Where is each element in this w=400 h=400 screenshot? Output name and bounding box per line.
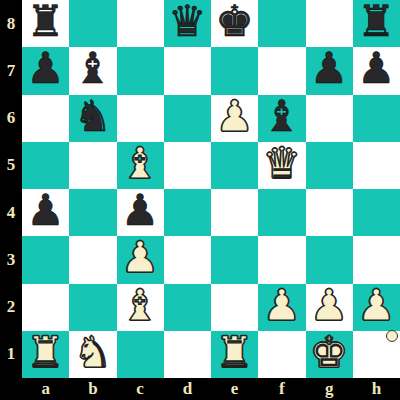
square-a6[interactable] (22, 95, 69, 142)
square-c2[interactable]: ♝ (117, 284, 164, 331)
black-king-e8[interactable]: ♚ (215, 0, 254, 43)
file-label-a: a (22, 378, 69, 400)
square-e8[interactable]: ♚ (211, 0, 258, 47)
black-pawn-a4[interactable]: ♟ (26, 189, 65, 232)
square-g3[interactable] (306, 236, 353, 283)
square-h5[interactable] (353, 142, 400, 189)
square-e1[interactable]: ♜ (211, 331, 258, 378)
square-a7[interactable]: ♟ (22, 47, 69, 94)
square-d7[interactable] (164, 47, 211, 94)
square-b2[interactable] (69, 284, 116, 331)
black-pawn-h7[interactable]: ♟ (357, 47, 396, 90)
square-e5[interactable] (211, 142, 258, 189)
square-g5[interactable] (306, 142, 353, 189)
square-h2[interactable]: ♟ (353, 284, 400, 331)
square-f6[interactable]: ♝ (258, 95, 305, 142)
square-d6[interactable] (164, 95, 211, 142)
rank-label-3: 3 (0, 236, 22, 283)
square-d3[interactable] (164, 236, 211, 283)
square-g1[interactable]: ♚ (306, 331, 353, 378)
white-to-move-indicator (386, 330, 398, 342)
square-g4[interactable] (306, 189, 353, 236)
square-d4[interactable] (164, 189, 211, 236)
black-rook-a8[interactable]: ♜ (26, 0, 65, 43)
white-rook-e1[interactable]: ♜ (215, 331, 254, 374)
square-a4[interactable]: ♟ (22, 189, 69, 236)
square-a5[interactable] (22, 142, 69, 189)
square-e2[interactable] (211, 284, 258, 331)
file-label-f: f (258, 378, 305, 400)
rank-label-7: 7 (0, 47, 22, 94)
square-c3[interactable]: ♟ (117, 236, 164, 283)
white-pawn-e6[interactable]: ♟ (215, 95, 254, 138)
square-b5[interactable] (69, 142, 116, 189)
file-label-h: h (353, 378, 400, 400)
file-label-g: g (306, 378, 353, 400)
black-knight-b6[interactable]: ♞ (74, 95, 113, 138)
square-h6[interactable] (353, 95, 400, 142)
chess-board[interactable]: ♜♛♚♜♟♝♟♟♞♟♝♝♛♟♟♟♝♟♟♟♜♞♜♚ (22, 0, 400, 378)
square-b6[interactable]: ♞ (69, 95, 116, 142)
square-a1[interactable]: ♜ (22, 331, 69, 378)
square-b4[interactable] (69, 189, 116, 236)
file-label-b: b (69, 378, 116, 400)
square-f2[interactable]: ♟ (258, 284, 305, 331)
black-pawn-a7[interactable]: ♟ (26, 47, 65, 90)
white-bishop-c2[interactable]: ♝ (121, 284, 160, 327)
white-king-g1[interactable]: ♚ (310, 331, 349, 374)
black-queen-d8[interactable]: ♛ (168, 0, 207, 43)
square-c5[interactable]: ♝ (117, 142, 164, 189)
black-bishop-b7[interactable]: ♝ (74, 47, 113, 90)
white-knight-b1[interactable]: ♞ (74, 331, 113, 374)
white-bishop-c5[interactable]: ♝ (121, 142, 160, 185)
rank-label-4: 4 (0, 189, 22, 236)
square-h8[interactable]: ♜ (353, 0, 400, 47)
square-d2[interactable] (164, 284, 211, 331)
white-rook-a1[interactable]: ♜ (26, 331, 65, 374)
square-a3[interactable] (22, 236, 69, 283)
chess-diagram-frame: 87654321 ♜♛♚♜♟♝♟♟♞♟♝♝♛♟♟♟♝♟♟♟♜♞♜♚ abcdef… (0, 0, 400, 400)
square-a8[interactable]: ♜ (22, 0, 69, 47)
black-pawn-c4[interactable]: ♟ (121, 189, 160, 232)
white-pawn-f2[interactable]: ♟ (263, 284, 302, 327)
square-g8[interactable] (306, 0, 353, 47)
square-f7[interactable] (258, 47, 305, 94)
square-h7[interactable]: ♟ (353, 47, 400, 94)
square-c6[interactable] (117, 95, 164, 142)
square-f5[interactable]: ♛ (258, 142, 305, 189)
square-g7[interactable]: ♟ (306, 47, 353, 94)
rank-label-6: 6 (0, 95, 22, 142)
file-label-d: d (164, 378, 211, 400)
square-f4[interactable] (258, 189, 305, 236)
square-b3[interactable] (69, 236, 116, 283)
square-g2[interactable]: ♟ (306, 284, 353, 331)
square-b1[interactable]: ♞ (69, 331, 116, 378)
square-h3[interactable] (353, 236, 400, 283)
square-f8[interactable] (258, 0, 305, 47)
square-b8[interactable] (69, 0, 116, 47)
white-pawn-g2[interactable]: ♟ (310, 284, 349, 327)
square-d5[interactable] (164, 142, 211, 189)
file-label-c: c (117, 378, 164, 400)
white-queen-f5[interactable]: ♛ (263, 142, 302, 185)
square-e4[interactable] (211, 189, 258, 236)
square-b7[interactable]: ♝ (69, 47, 116, 94)
white-pawn-c3[interactable]: ♟ (121, 236, 160, 279)
square-f3[interactable] (258, 236, 305, 283)
square-c4[interactable]: ♟ (117, 189, 164, 236)
square-d8[interactable]: ♛ (164, 0, 211, 47)
square-a2[interactable] (22, 284, 69, 331)
file-labels: abcdefgh (22, 378, 400, 400)
square-e7[interactable] (211, 47, 258, 94)
square-c8[interactable] (117, 0, 164, 47)
square-f1[interactable] (258, 331, 305, 378)
black-bishop-f6[interactable]: ♝ (263, 95, 302, 138)
square-d1[interactable] (164, 331, 211, 378)
rank-label-8: 8 (0, 0, 22, 47)
white-pawn-h2[interactable]: ♟ (357, 284, 396, 327)
black-pawn-g7[interactable]: ♟ (310, 47, 349, 90)
rank-label-2: 2 (0, 284, 22, 331)
rank-label-5: 5 (0, 142, 22, 189)
file-label-e: e (211, 378, 258, 400)
black-rook-h8[interactable]: ♜ (357, 0, 396, 43)
rank-labels: 87654321 (0, 0, 22, 378)
square-h4[interactable] (353, 189, 400, 236)
square-g6[interactable] (306, 95, 353, 142)
square-e3[interactable] (211, 236, 258, 283)
square-e6[interactable]: ♟ (211, 95, 258, 142)
rank-label-1: 1 (0, 331, 22, 378)
square-c1[interactable] (117, 331, 164, 378)
square-c7[interactable] (117, 47, 164, 94)
